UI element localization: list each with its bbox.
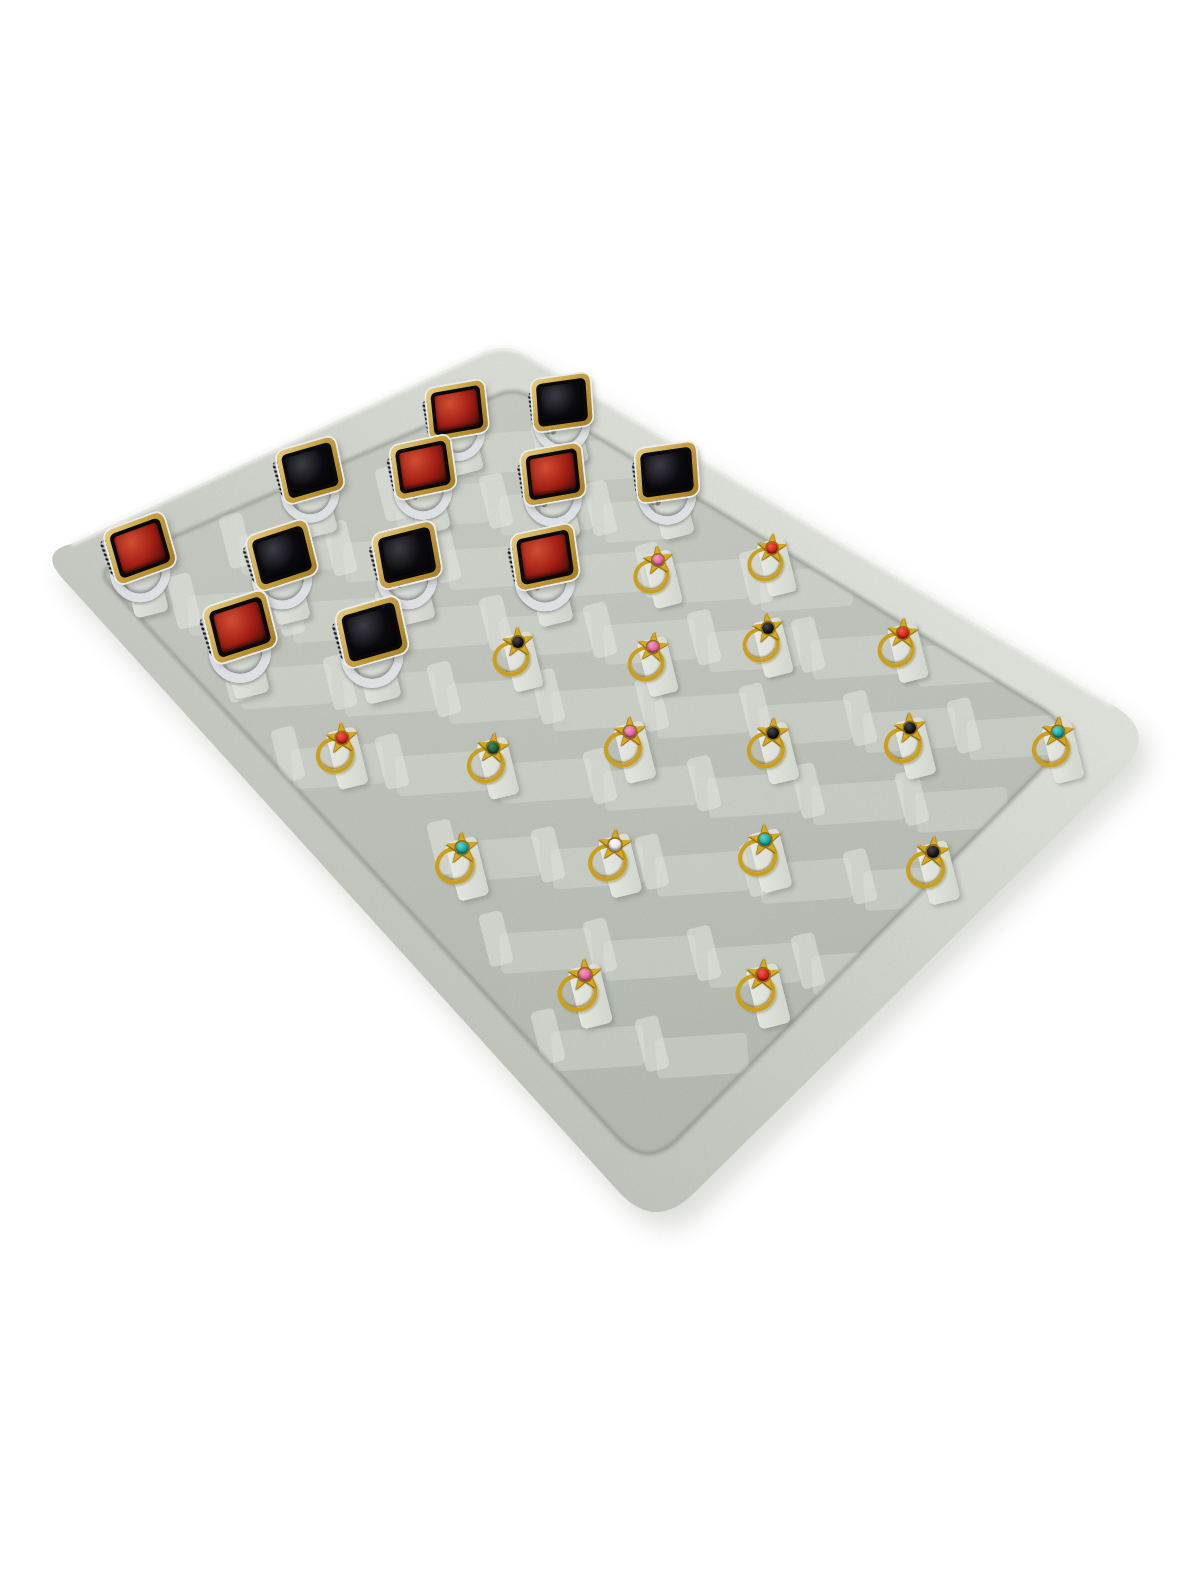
ring-stone: [520, 534, 570, 581]
ring-stone: [456, 842, 468, 854]
ring-stone: [897, 627, 909, 639]
ring-stone: [762, 622, 774, 634]
ring-bezel: [531, 372, 593, 432]
rings-layer: ★★★★★★★★★★★★★★★★★★: [0, 0, 1180, 1573]
ring-stone: [579, 968, 592, 981]
ring-bezel: [425, 379, 488, 441]
ring-stone: [540, 382, 585, 424]
ring-stone: [487, 742, 499, 754]
ring-stone: [766, 542, 777, 553]
ring-stone: [927, 846, 939, 858]
ring-stone: [434, 389, 480, 432]
ring-stone: [382, 531, 433, 580]
ring-stone: [336, 732, 348, 744]
ring-stone: [767, 727, 779, 739]
ring-stone: [759, 834, 771, 846]
ring-stone: [285, 446, 335, 494]
ring-stone: [652, 554, 663, 565]
ring-stone: [609, 839, 621, 851]
ring-stone: [647, 641, 659, 653]
ring-stone: [1052, 726, 1064, 738]
ring-stone: [256, 530, 309, 581]
ring-stone: [113, 522, 166, 574]
ring-stone: [904, 722, 916, 734]
ring-stone: [644, 451, 690, 494]
ring-stone: [399, 444, 447, 490]
photo-background: ★★★★★★★★★★★★★★★★★★: [0, 0, 1180, 1573]
ring-stone: [213, 601, 267, 654]
ring-stone: [529, 452, 576, 496]
ring-stone: [512, 636, 524, 648]
ring-bezel: [520, 442, 585, 506]
ring-bezel: [635, 441, 699, 503]
ring-stone: [624, 726, 636, 738]
ring-stone: [757, 968, 770, 981]
ring-stone: [345, 606, 398, 657]
